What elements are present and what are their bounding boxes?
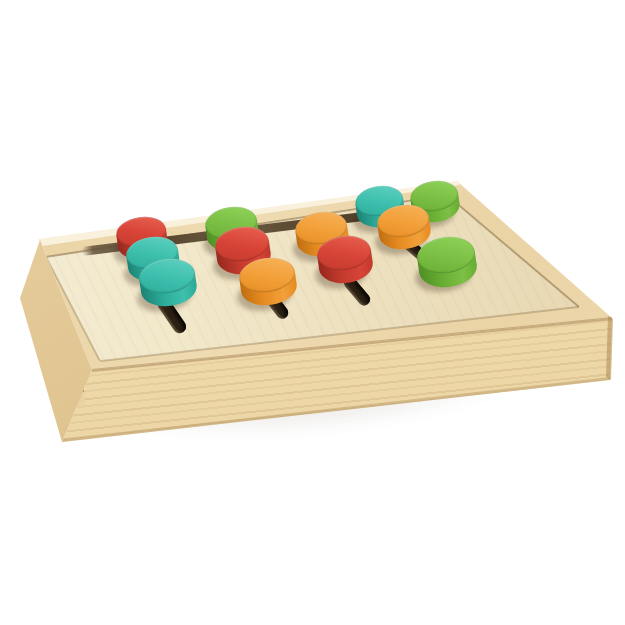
discs-layer (0, 0, 625, 625)
scene-wooden-slide-puzzle (0, 0, 625, 625)
disc-teal-L1-bottom-teal (137, 255, 199, 309)
disc-red-L3-bottom-red (315, 232, 375, 286)
disc-green-L4-bottom-green (415, 233, 479, 291)
disc-orange-L2-bottom-orange (237, 254, 299, 308)
